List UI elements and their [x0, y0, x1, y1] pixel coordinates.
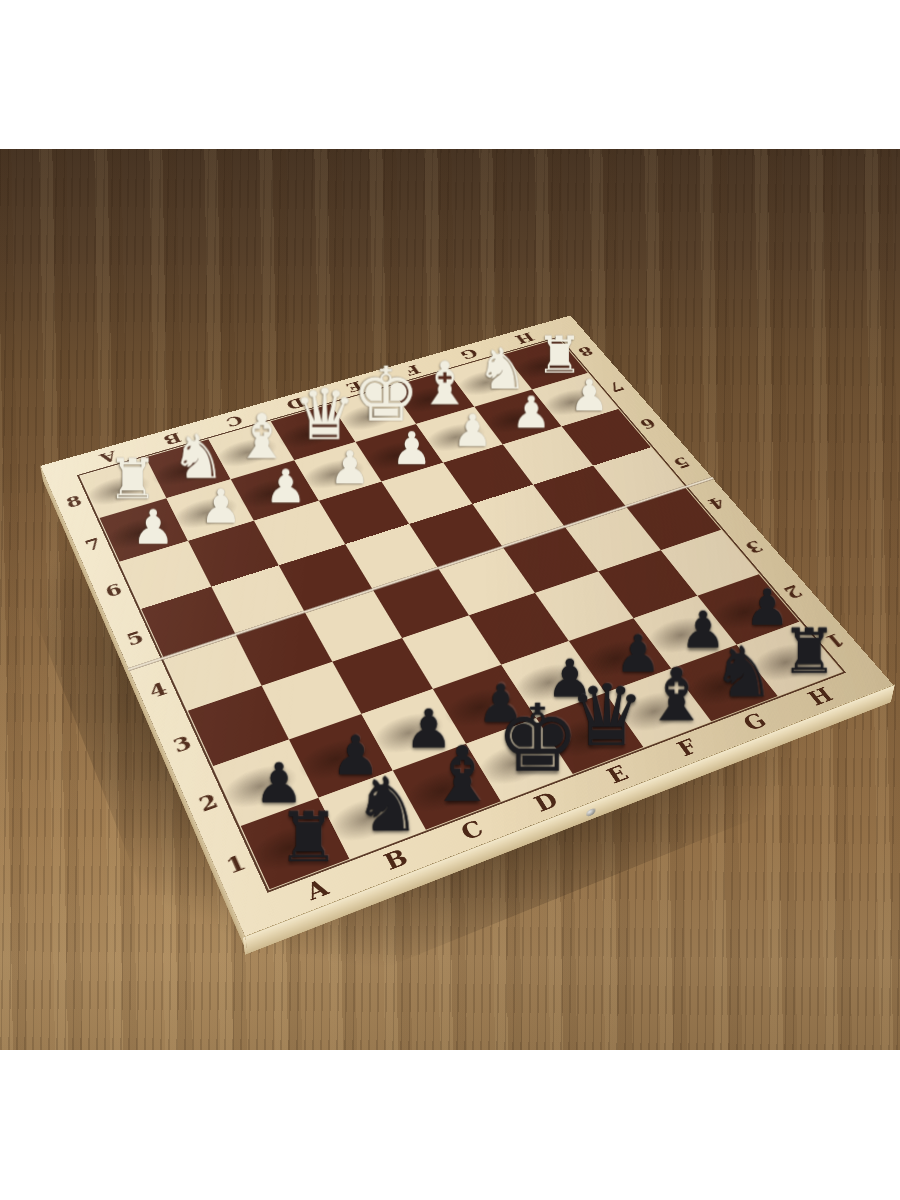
black-rook-a1[interactable]: ♜ [266, 803, 351, 872]
black-bishop-c1[interactable]: ♝ [421, 738, 503, 814]
rank-label-3-right: 3 [721, 520, 788, 574]
white-queen-d8[interactable]: ♛ [291, 379, 357, 449]
chess-board-3d: ABCDEFGH8♜♞♝♛♚♝♞♜87♟♟♟♟♟♟♟♟7665544332♟♟♟… [40, 315, 893, 936]
white-pawn-g7[interactable]: ♟ [499, 390, 565, 434]
hinge-screw [586, 807, 596, 817]
white-pawn-f7[interactable]: ♟ [439, 408, 505, 453]
black-king-d1[interactable]: ♚ [495, 693, 576, 786]
table-background: ABCDEFGH8♜♞♝♛♚♝♞♜87♟♟♟♟♟♟♟♟7665544332♟♟♟… [0, 149, 900, 1050]
black-bishop-f1[interactable]: ♝ [637, 660, 716, 733]
white-king-e8[interactable]: ♚ [352, 357, 417, 432]
white-pawn-e7[interactable]: ♟ [378, 426, 445, 471]
black-knight-b1[interactable]: ♞ [345, 768, 429, 843]
black-knight-g1[interactable]: ♞ [705, 638, 783, 708]
white-pawn-h7[interactable]: ♟ [557, 373, 622, 416]
board-scene: ABCDEFGH8♜♞♝♛♚♝♞♜87♟♟♟♟♟♟♟♟7665544332♟♟♟… [0, 149, 900, 1050]
white-pawn-d7[interactable]: ♟ [315, 444, 383, 490]
white-pawn-c7[interactable]: ♟ [251, 463, 320, 509]
white-pawn-a7[interactable]: ♟ [118, 503, 189, 550]
white-pawn-b7[interactable]: ♟ [185, 483, 255, 530]
